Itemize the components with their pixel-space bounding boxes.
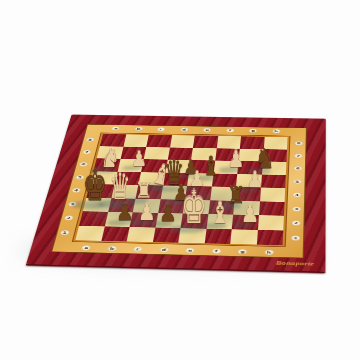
chess-board-grid [75,134,287,245]
square-g4 [235,187,261,201]
square-h6 [262,161,287,174]
square-d3 [158,199,185,213]
coord-label-f: f [212,248,221,253]
square-e3 [183,200,210,214]
square-a4 [86,184,114,198]
square-c4 [136,185,163,199]
square-d1 [152,227,180,242]
square-d8 [170,135,195,147]
square-b3 [108,198,136,212]
square-h1 [256,230,283,246]
square-e8 [193,136,218,148]
product-photo-stage: aa88bb77cc66dd55ee44ff33gg22hh11 Bonapar… [0,0,360,360]
square-e7 [191,148,216,161]
square-c2 [130,212,158,227]
square-e4 [185,186,212,200]
square-f6 [213,161,238,174]
square-c1 [127,227,155,242]
square-c5 [138,172,165,186]
square-f1 [204,228,232,243]
coord-label-1: 1 [291,235,300,240]
square-d4 [160,186,187,200]
square-c7 [144,147,170,160]
square-h3 [259,201,285,216]
square-a2 [79,211,108,226]
coord-label-3: 3 [292,207,300,212]
square-h7 [262,149,287,162]
square-a8 [100,134,126,146]
square-a5 [90,171,117,185]
square-d5 [163,172,189,186]
square-b1 [101,226,130,241]
square-e5 [187,173,213,187]
square-c8 [146,135,171,147]
square-h8 [263,137,287,150]
square-g5 [236,174,262,188]
square-e2 [181,213,208,228]
square-b2 [104,212,132,227]
coord-label-f: f [226,128,234,132]
square-h4 [260,187,286,201]
square-h5 [261,174,286,188]
square-g7 [239,149,264,162]
square-e6 [189,160,215,173]
square-f5 [211,173,237,187]
square-a7 [97,146,123,159]
square-f3 [208,200,235,215]
square-d2 [155,213,183,228]
square-g8 [240,136,264,149]
square-f2 [206,214,233,229]
square-c6 [141,159,167,172]
square-b4 [111,185,138,199]
coord-label-5: 5 [293,179,301,183]
square-f7 [215,148,240,161]
square-c3 [133,198,161,212]
square-b5 [114,171,141,185]
coord-label-h: h [272,129,280,133]
square-f8 [216,136,241,149]
square-b7 [120,146,146,159]
square-g1 [230,229,257,245]
coord-label-7: 7 [294,154,302,158]
square-g2 [232,215,259,230]
square-a1 [75,226,104,241]
brand-label: Bonaparte [276,260,315,267]
square-b6 [117,159,144,172]
square-b8 [123,134,149,146]
coord-label-h: h [265,250,274,255]
square-d6 [165,160,191,173]
square-d7 [167,147,193,160]
square-g3 [233,201,259,216]
square-e1 [178,228,206,243]
coordinate-labels: aa88bb77cc66dd55ee44ff33gg22hh11 [72,115,326,119]
square-f4 [210,186,236,200]
square-a3 [83,197,111,211]
square-h2 [257,215,283,230]
square-g6 [237,161,262,174]
square-a6 [93,158,120,171]
chess-board: aa88bb77cc66dd55ee44ff33gg22hh11 Bonapar… [26,115,326,272]
